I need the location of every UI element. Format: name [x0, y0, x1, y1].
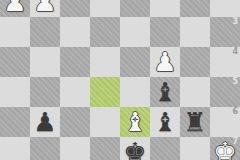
black-pawn[interactable]: ♟ [30, 107, 60, 137]
square-e7[interactable] [90, 137, 120, 160]
square-d4[interactable] [120, 47, 150, 77]
square-g5[interactable] [30, 77, 60, 107]
square-a4[interactable]: 4 [210, 47, 240, 77]
square-h4[interactable] [0, 47, 30, 77]
square-h5[interactable] [0, 77, 30, 107]
black-rook[interactable]: ♜ [180, 107, 210, 137]
square-a6[interactable]: 6 [210, 107, 240, 137]
white-bishop[interactable]: ♝ [120, 107, 150, 137]
square-e2[interactable] [90, 0, 120, 17]
square-b4[interactable] [180, 47, 210, 77]
square-a3[interactable]: 3 [210, 17, 240, 47]
square-e5[interactable] [90, 77, 120, 107]
square-c3[interactable] [150, 17, 180, 47]
square-f3[interactable] [60, 17, 90, 47]
square-e4[interactable] [90, 47, 120, 77]
square-c7[interactable] [150, 137, 180, 160]
square-f6[interactable] [60, 107, 90, 137]
square-d6[interactable]: ♝ [120, 107, 150, 137]
rank-label-5: 5 [232, 78, 238, 86]
square-c4[interactable]: ♟ [150, 47, 180, 77]
square-g7[interactable] [30, 137, 60, 160]
square-h3[interactable] [0, 17, 30, 47]
white-king[interactable]: ♚ [210, 137, 240, 160]
white-pawn[interactable]: ♟ [30, 0, 60, 17]
square-h6[interactable] [0, 107, 30, 137]
square-b3[interactable] [180, 17, 210, 47]
white-pawn[interactable]: ♟ [150, 47, 180, 77]
chess-board[interactable]: 1♟♟23♟4♝5♟♝♝♜6♚7♚8 [0, 0, 240, 160]
square-g2[interactable]: ♟ [30, 0, 60, 17]
square-g4[interactable] [30, 47, 60, 77]
square-f2[interactable] [60, 0, 90, 17]
square-b5[interactable] [180, 77, 210, 107]
rank-label-6: 6 [232, 108, 238, 116]
square-f5[interactable] [60, 77, 90, 107]
square-e6[interactable] [90, 107, 120, 137]
square-c2[interactable] [150, 0, 180, 17]
square-f7[interactable] [60, 137, 90, 160]
square-b6[interactable]: ♜ [180, 107, 210, 137]
square-e3[interactable] [90, 17, 120, 47]
square-d7[interactable]: ♚ [120, 137, 150, 160]
square-a5[interactable]: 5 [210, 77, 240, 107]
square-b2[interactable] [180, 0, 210, 17]
square-h2[interactable]: ♟ [0, 0, 30, 17]
rank-label-4: 4 [232, 48, 238, 56]
board-viewport: 1♟♟23♟4♝5♟♝♝♜6♚7♚8 [0, 0, 240, 160]
square-d5[interactable] [120, 77, 150, 107]
square-f4[interactable] [60, 47, 90, 77]
black-bishop[interactable]: ♝ [150, 107, 180, 137]
square-b7[interactable] [180, 137, 210, 160]
square-g3[interactable] [30, 17, 60, 47]
square-g6[interactable]: ♟ [30, 107, 60, 137]
square-d3[interactable] [120, 17, 150, 47]
square-c6[interactable]: ♝ [150, 107, 180, 137]
square-d2[interactable] [120, 0, 150, 17]
square-c5[interactable]: ♝ [150, 77, 180, 107]
black-king[interactable]: ♚ [120, 137, 150, 160]
white-pawn[interactable]: ♟ [0, 0, 30, 17]
square-a2[interactable]: 2 [210, 0, 240, 17]
square-h7[interactable] [0, 137, 30, 160]
square-a7[interactable]: 7♚ [210, 137, 240, 160]
black-bishop[interactable]: ♝ [150, 77, 180, 107]
rank-label-3: 3 [232, 18, 238, 26]
